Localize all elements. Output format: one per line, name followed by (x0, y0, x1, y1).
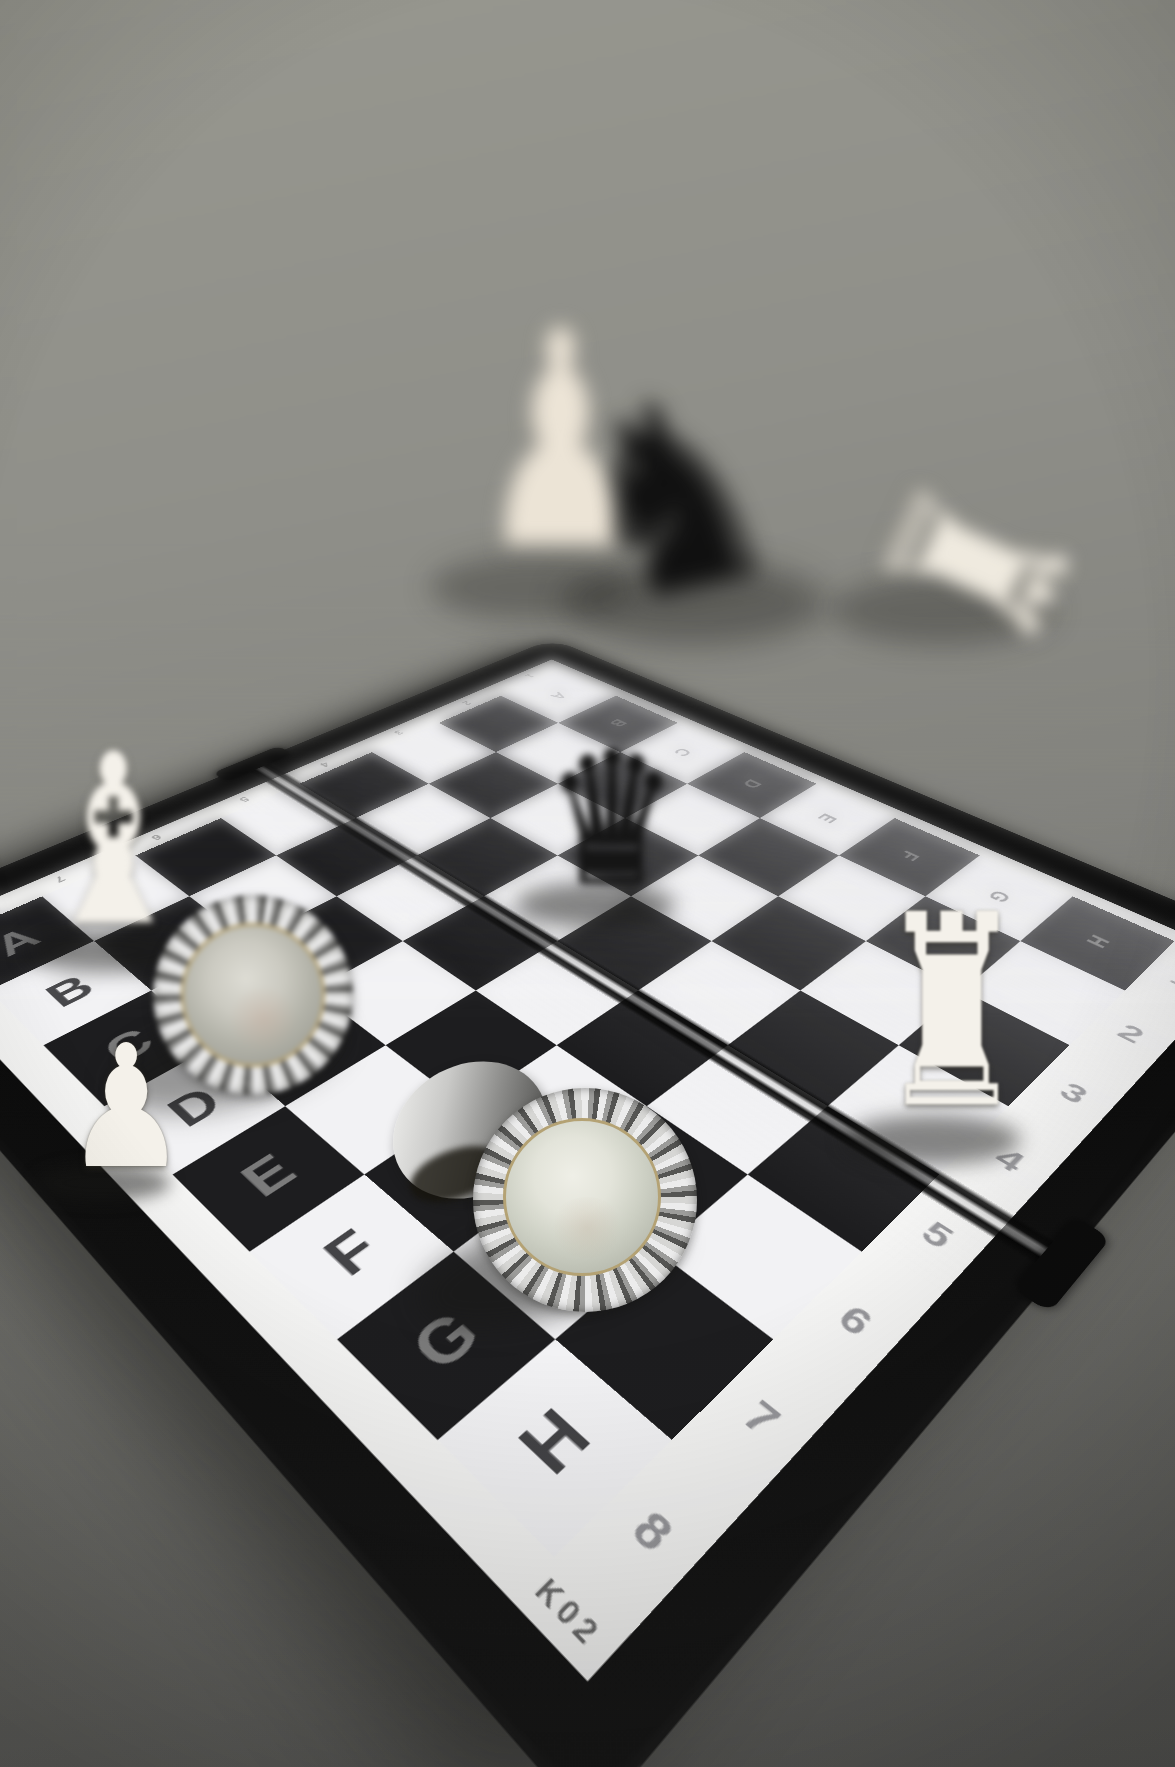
file-label-far-h: H (1079, 931, 1115, 952)
shadow-bg-pawn (430, 555, 635, 620)
file-label-far-e: E (812, 811, 842, 826)
file-label-far-f: F (894, 848, 925, 864)
file-label-far-a: A (546, 690, 571, 701)
file-label-near-c: C (92, 1019, 166, 1072)
file-label-near-a: A (0, 920, 50, 963)
file-label-far-g: G (982, 887, 1017, 906)
shadow-bg-rook (830, 575, 1055, 645)
file-label-near-h: H (501, 1392, 608, 1491)
photo-scene: 12345678 12345678 K02 ABCDEFGHABCDEFGH ♟… (0, 0, 1175, 1767)
file-label-far-c: C (669, 746, 697, 759)
pearl-face-left (181, 923, 325, 1067)
file-label-near-e: E (228, 1143, 309, 1208)
file-label-near-f: F (310, 1217, 395, 1288)
shadow-bg-knight (560, 560, 825, 645)
black-knight-offboard: ♞ (580, 407, 820, 625)
file-label-near-b: B (36, 967, 105, 1015)
cufflink-right (473, 1088, 697, 1312)
file-label-near-g: G (396, 1296, 498, 1385)
file-label-far-b: B (605, 717, 631, 729)
cufflink-left (153, 895, 353, 1095)
pearl-face-right (503, 1118, 661, 1276)
white-rook-offboard-lying: ♜ (850, 450, 1050, 643)
file-label-far-d: D (737, 777, 766, 791)
white-pawn-offboard: ♟ (440, 340, 680, 592)
